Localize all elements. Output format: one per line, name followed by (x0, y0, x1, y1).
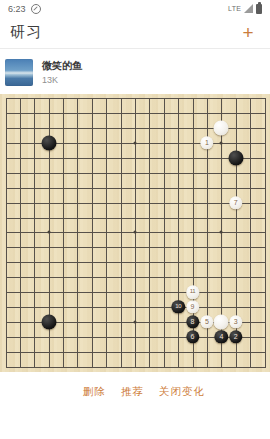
move-number: 9 (191, 304, 195, 311)
star-point (220, 231, 223, 234)
delete-button[interactable]: 删除 (83, 385, 106, 399)
add-button[interactable]: + (238, 23, 258, 42)
stone-white[interactable] (214, 121, 229, 136)
grid-line-horizontal (6, 352, 266, 353)
stone-white-move-3[interactable]: 3 (229, 315, 242, 328)
list-item-subtitle: 13K (42, 75, 82, 85)
grid-line-vertical (164, 98, 165, 366)
stone-black[interactable] (41, 136, 56, 151)
move-number: 6 (191, 333, 195, 340)
grid-line-vertical (178, 98, 179, 366)
stone-black-move-4[interactable]: 4 (215, 330, 228, 343)
app-header: 研习 + (0, 17, 270, 49)
grid-line-horizontal (6, 292, 266, 293)
alarm-icon (31, 4, 41, 14)
grid-line-vertical (265, 98, 266, 366)
grid-line-vertical (250, 98, 251, 366)
stone-black-move-10[interactable]: 10 (171, 300, 184, 313)
move-number: 10 (175, 304, 181, 311)
status-bar: 6:23 LTE (0, 0, 270, 17)
star-point (47, 231, 50, 234)
close-variation-button[interactable]: 关闭变化 (159, 385, 205, 399)
stone-black[interactable] (41, 314, 56, 329)
study-list-item[interactable]: 微笑的鱼 13K (0, 50, 270, 94)
thumbnail-image (5, 59, 33, 86)
network-type-label: LTE (228, 5, 241, 12)
stone-white-move-11[interactable]: 11 (186, 285, 199, 298)
stone-white-move-5[interactable]: 5 (200, 315, 213, 328)
list-item-title: 微笑的鱼 (42, 59, 82, 73)
move-number: 1 (205, 140, 209, 147)
star-point (220, 142, 223, 145)
move-number: 7 (234, 199, 238, 206)
footer-buttons: 删除 推荐 关闭变化 (83, 385, 205, 399)
signal-icon (244, 4, 253, 13)
stone-white-move-7[interactable]: 7 (229, 196, 242, 209)
stone-black[interactable] (228, 150, 243, 165)
stone-white-move-1[interactable]: 1 (200, 136, 213, 149)
grid-line-horizontal (6, 277, 266, 278)
grid-line-horizontal (6, 367, 266, 368)
recommend-button[interactable]: 推荐 (121, 385, 144, 399)
stone-black-move-2[interactable]: 2 (229, 330, 242, 343)
grid-line-horizontal (6, 247, 266, 248)
move-number: 11 (190, 289, 195, 296)
status-time: 6:23 (8, 4, 26, 14)
grid-line-vertical (149, 98, 150, 366)
star-point (134, 231, 137, 234)
move-number: 5 (205, 318, 209, 325)
stone-white[interactable] (214, 314, 229, 329)
grid-line-horizontal (6, 307, 266, 308)
go-board[interactable]: 1234567891011 (0, 94, 270, 372)
move-number: 3 (234, 318, 238, 325)
move-number: 8 (191, 318, 195, 325)
move-number: 2 (234, 333, 238, 340)
grid-line-horizontal (6, 262, 266, 263)
stone-black-move-6[interactable]: 6 (186, 330, 199, 343)
stone-white-move-9[interactable]: 9 (186, 300, 199, 313)
battery-icon (256, 4, 262, 14)
footer: 删除 推荐 关闭变化 (0, 372, 270, 439)
page-title: 研习 (10, 23, 42, 42)
move-number: 4 (219, 333, 223, 340)
stone-black-move-8[interactable]: 8 (186, 315, 199, 328)
star-point (134, 320, 137, 323)
star-point (134, 142, 137, 145)
